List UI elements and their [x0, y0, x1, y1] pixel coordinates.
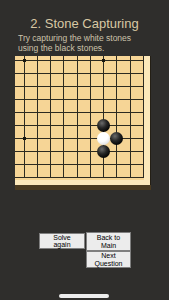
grid-line-vertical: [130, 56, 131, 178]
grid-line-horizontal: [15, 177, 144, 178]
black-stone[interactable]: [97, 145, 110, 158]
next-question-button[interactable]: Next Question: [86, 251, 131, 268]
grid-line-vertical: [50, 56, 51, 178]
lesson-instructions-line2: using the black stones.: [18, 44, 158, 54]
solve-again-label-line1: Solve: [53, 234, 71, 242]
back-to-main-label-line2: Main: [101, 242, 116, 250]
grid-line-horizontal: [15, 138, 144, 139]
grid-line-horizontal: [15, 125, 144, 126]
black-stone[interactable]: [97, 119, 110, 132]
next-question-label-line1: Next: [101, 252, 115, 260]
grid-line-horizontal: [15, 112, 144, 113]
board-edge-right: [150, 56, 152, 185]
grid-line-vertical: [90, 56, 91, 178]
grid-line-horizontal: [15, 86, 144, 87]
lesson-title: 2. Stone Capturing: [0, 16, 169, 31]
white-stone[interactable]: [97, 132, 110, 145]
grid-line-horizontal: [15, 151, 144, 152]
go-board[interactable]: [15, 56, 151, 190]
grid-line-vertical: [116, 56, 117, 178]
grid-line-vertical: [103, 56, 104, 178]
next-question-label-line2: Question: [94, 260, 122, 268]
lesson-instructions: Try capturing the white stones using the…: [18, 34, 158, 53]
board-edge-bottom: [15, 185, 151, 190]
grid-line-vertical: [77, 56, 78, 178]
grid-line-horizontal: [15, 60, 144, 61]
black-stone[interactable]: [110, 132, 123, 145]
solve-again-button[interactable]: Solve again: [39, 233, 85, 249]
app-screen: 2. Stone Capturing Try capturing the whi…: [0, 0, 169, 300]
grid-line-horizontal: [15, 99, 144, 100]
star-point: [23, 59, 26, 62]
grid-line-vertical: [37, 56, 38, 178]
grid-line-vertical: [63, 56, 64, 178]
home-indicator[interactable]: [59, 294, 109, 298]
solve-again-label-line2: again: [53, 241, 70, 249]
star-point: [23, 137, 26, 140]
star-point: [102, 59, 105, 62]
back-to-main-button[interactable]: Back to Main: [86, 232, 131, 251]
go-board-surface[interactable]: [15, 56, 144, 180]
grid-line-horizontal: [15, 164, 144, 165]
grid-line-vertical: [24, 56, 25, 178]
back-to-main-label-line1: Back to: [97, 234, 120, 242]
grid-line-horizontal: [15, 73, 144, 74]
